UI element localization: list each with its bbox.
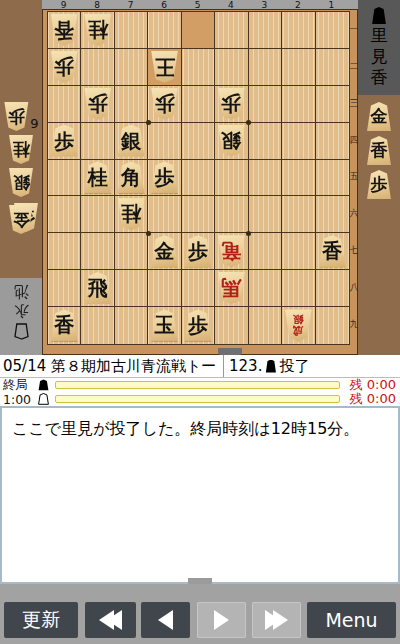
square-87[interactable] xyxy=(81,233,114,270)
rank-label-5: 五 xyxy=(350,159,358,196)
sente-name-char: 香 xyxy=(371,67,388,87)
rank-labels: 一二三四五六七八九 xyxy=(350,11,358,343)
square-74[interactable]: 銀 xyxy=(115,123,148,160)
move-text: 投了 xyxy=(279,357,309,376)
clock-row-sente: 終局残 0:00 xyxy=(0,378,400,392)
square-86[interactable] xyxy=(81,196,114,233)
time-bar xyxy=(55,381,340,389)
square-47[interactable]: 竜 xyxy=(215,233,248,270)
square-99[interactable]: 香 xyxy=(48,307,81,344)
gote-name-char: 池 xyxy=(14,283,29,301)
square-26[interactable] xyxy=(282,196,315,233)
square-82[interactable] xyxy=(81,49,114,86)
square-22[interactable] xyxy=(282,49,315,86)
square-15[interactable] xyxy=(316,160,349,197)
square-45[interactable] xyxy=(215,160,248,197)
square-75[interactable]: 角 xyxy=(115,160,148,197)
square-21[interactable] xyxy=(282,12,315,49)
back-button[interactable] xyxy=(141,602,190,638)
square-41[interactable] xyxy=(215,12,248,49)
square-85[interactable]: 桂 xyxy=(81,160,114,197)
square-32[interactable] xyxy=(249,49,282,86)
piece-歩-sente: 歩 xyxy=(366,170,392,199)
square-71[interactable] xyxy=(115,12,148,49)
hoshi-dot xyxy=(146,120,151,125)
sente-name-char: 里 xyxy=(371,25,388,45)
square-79[interactable] xyxy=(115,307,148,344)
rank-label-3: 三 xyxy=(350,85,358,122)
comment-box[interactable]: ここで里見が投了した。終局時刻は12時15分。 xyxy=(0,406,400,584)
clock-label: 1:00 xyxy=(0,392,36,407)
sente-name-char: 見 xyxy=(371,46,388,66)
clock-row-gote: 1:00残 0:00 xyxy=(0,392,400,406)
rank-label-6: 六 xyxy=(350,195,358,232)
square-17[interactable]: 香 xyxy=(316,233,349,270)
hand-gote-歩[interactable]: 歩9 xyxy=(3,101,38,131)
piece-竜-gote: 竜 xyxy=(217,235,246,267)
square-92[interactable]: 歩 xyxy=(48,49,81,86)
board-frame: 香桂歩王歩歩歩歩銀銀桂角歩桂金歩竜香飛馬香玉歩成銀 一二三四五六七八九 xyxy=(42,9,358,355)
square-72[interactable] xyxy=(115,49,148,86)
double-right-arrow-icon xyxy=(265,610,288,630)
square-19[interactable] xyxy=(316,307,349,344)
square-23[interactable] xyxy=(282,86,315,123)
piece-香-gote: 香 xyxy=(50,14,79,46)
menu-button[interactable]: Menu xyxy=(307,602,396,638)
square-96[interactable] xyxy=(48,196,81,233)
square-73[interactable] xyxy=(115,86,148,123)
square-18[interactable] xyxy=(316,270,349,307)
piece-金-sente: 金 xyxy=(366,102,392,131)
square-39[interactable] xyxy=(249,307,282,344)
square-65[interactable]: 歩 xyxy=(148,160,181,197)
square-16[interactable] xyxy=(316,196,349,233)
square-27[interactable] xyxy=(282,233,315,270)
piece-角-sente: 角 xyxy=(117,161,146,193)
piece-歩-sente: 歩 xyxy=(150,161,179,193)
clock-area: 終局残 0:001:00残 0:00 xyxy=(0,378,400,406)
piece-歩-gote: 歩 xyxy=(217,88,246,120)
square-36[interactable] xyxy=(249,196,282,233)
board-resize-handle[interactable] xyxy=(218,348,242,355)
hand-count: 9 xyxy=(30,117,38,131)
rank-label-9: 九 xyxy=(350,306,358,343)
game-info-bar: 05/14 第８期加古川青流戦トー 123. 投了 xyxy=(0,355,400,378)
hand-gote-銀[interactable]: 銀 xyxy=(8,167,34,197)
square-66[interactable] xyxy=(148,196,181,233)
square-33[interactable] xyxy=(249,86,282,123)
rank-label-8: 八 xyxy=(350,269,358,306)
square-53[interactable] xyxy=(182,86,215,123)
square-78[interactable] xyxy=(115,270,148,307)
square-62[interactable]: 王 xyxy=(148,49,181,86)
hoshi-dot xyxy=(146,231,151,236)
square-11[interactable] xyxy=(316,12,349,49)
square-46[interactable] xyxy=(215,196,248,233)
square-61[interactable] xyxy=(148,12,181,49)
piece-歩-gote: 歩 xyxy=(3,102,29,131)
square-24[interactable] xyxy=(282,123,315,160)
square-95[interactable] xyxy=(48,160,81,197)
sente-hand-tray: 金香歩 xyxy=(358,95,400,355)
square-43[interactable]: 歩 xyxy=(215,86,248,123)
square-56[interactable] xyxy=(182,196,215,233)
square-64[interactable] xyxy=(148,123,181,160)
square-98[interactable] xyxy=(48,270,81,307)
square-81[interactable]: 桂 xyxy=(81,12,114,49)
square-37[interactable] xyxy=(249,233,282,270)
rank-label-7: 七 xyxy=(350,232,358,269)
move-number: 123. xyxy=(229,357,262,375)
square-68[interactable] xyxy=(148,270,181,307)
left-arrow-icon xyxy=(158,610,173,630)
piece-桂-gote: 桂 xyxy=(8,135,34,164)
square-44[interactable]: 銀 xyxy=(215,123,248,160)
square-14[interactable] xyxy=(316,123,349,160)
time-bar xyxy=(55,395,340,403)
rank-label-2: 二 xyxy=(350,48,358,85)
piece-香-sente: 香 xyxy=(318,235,347,267)
square-63[interactable]: 歩 xyxy=(148,86,181,123)
piece-桂-gote: 桂 xyxy=(117,198,146,230)
hand-sente-歩[interactable]: 歩 xyxy=(366,169,392,199)
hoshi-dot xyxy=(246,231,251,236)
square-88[interactable]: 飛 xyxy=(81,270,114,307)
piece-歩-gote: 歩 xyxy=(50,51,79,83)
square-52[interactable] xyxy=(182,49,215,86)
piece-玉-sente: 玉 xyxy=(150,309,179,341)
square-48[interactable]: 馬 xyxy=(215,270,248,307)
hand-gote-金[interactable]: 金金 xyxy=(8,200,34,234)
rewind-button[interactable] xyxy=(85,602,136,638)
gote-player-label: 池 永 xyxy=(0,278,42,355)
shogi-board: 987654321 香桂歩王歩歩歩歩銀銀桂角歩桂金歩竜香飛馬香玉歩成銀 一二三四… xyxy=(42,0,358,355)
gote-hand-tray: 歩9桂銀金金 xyxy=(0,0,42,278)
square-77[interactable] xyxy=(115,233,148,270)
piece-成銀-gote: 成銀 xyxy=(284,309,313,341)
forward-button[interactable] xyxy=(197,602,246,638)
square-59[interactable]: 歩 xyxy=(182,307,215,344)
comment-text: ここで里見が投了した。終局時刻は12時15分。 xyxy=(12,419,359,438)
piece-馬-gote: 馬 xyxy=(217,272,246,304)
square-28[interactable] xyxy=(282,270,315,307)
right-arrow-icon xyxy=(214,610,229,630)
piece-歩-sente: 歩 xyxy=(50,125,79,157)
square-34[interactable] xyxy=(249,123,282,160)
piece-銀-sente: 銀 xyxy=(117,125,146,157)
piece-香-sente: 香 xyxy=(366,136,392,165)
square-51[interactable] xyxy=(182,12,215,49)
square-35[interactable] xyxy=(249,160,282,197)
piece-桂-sente: 桂 xyxy=(83,161,112,193)
gote-name-char: 永 xyxy=(14,302,29,320)
square-93[interactable] xyxy=(48,86,81,123)
square-55[interactable] xyxy=(182,160,215,197)
rank-label-4: 四 xyxy=(350,122,358,159)
piece-王-gote: 王 xyxy=(150,51,179,83)
square-13[interactable] xyxy=(316,86,349,123)
square-69[interactable]: 玉 xyxy=(148,307,181,344)
gote-piece-icon xyxy=(14,323,29,340)
piece-歩-sente: 歩 xyxy=(183,309,212,341)
board-grid: 香桂歩王歩歩歩歩銀銀桂角歩桂金歩竜香飛馬香玉歩成銀 xyxy=(47,11,350,345)
piece-歩-sente: 歩 xyxy=(183,235,212,267)
square-12[interactable] xyxy=(316,49,349,86)
event-title: 05/14 第８期加古川青流戦トー xyxy=(0,357,223,376)
square-91[interactable]: 香 xyxy=(48,12,81,49)
sente-clock-piece-icon xyxy=(38,379,49,391)
fast-forward-button[interactable] xyxy=(252,602,301,638)
square-49[interactable] xyxy=(215,307,248,344)
hand-sente-香[interactable]: 香 xyxy=(366,135,392,165)
piece-桂-gote: 桂 xyxy=(83,14,112,46)
square-42[interactable] xyxy=(215,49,248,86)
square-83[interactable]: 歩 xyxy=(81,86,114,123)
square-25[interactable] xyxy=(282,160,315,197)
shogi-kifu-app: 歩9桂銀金金 池 永 987654321 香桂歩王歩歩歩歩銀銀桂角歩桂金歩竜香飛… xyxy=(0,0,400,644)
square-29[interactable]: 成銀 xyxy=(282,307,315,344)
square-89[interactable] xyxy=(81,307,114,344)
piece-飛-sente: 飛 xyxy=(83,272,112,304)
square-38[interactable] xyxy=(249,270,282,307)
square-67[interactable]: 金 xyxy=(148,233,181,270)
gote-clock-piece-icon xyxy=(38,393,49,405)
rank-label-1: 一 xyxy=(350,11,358,48)
current-move: 123. 投了 xyxy=(223,355,400,377)
refresh-button[interactable]: 更新 xyxy=(4,602,78,638)
square-94[interactable]: 歩 xyxy=(48,123,81,160)
piece-香-sente: 香 xyxy=(50,309,79,341)
square-76[interactable]: 桂 xyxy=(115,196,148,233)
hand-gote-桂[interactable]: 桂 xyxy=(8,134,34,164)
square-54[interactable] xyxy=(182,123,215,160)
square-58[interactable] xyxy=(182,270,215,307)
double-left-arrow-icon xyxy=(99,610,122,630)
piece-歩-gote: 歩 xyxy=(150,88,179,120)
square-84[interactable] xyxy=(81,123,114,160)
bottom-toolbar: 更新 Menu xyxy=(0,584,400,644)
piece-銀-gote: 銀 xyxy=(8,168,34,197)
square-31[interactable] xyxy=(249,12,282,49)
hand-sente-金[interactable]: 金 xyxy=(366,101,392,131)
piece-金-sente: 金 xyxy=(150,235,179,267)
piece-銀-gote: 銀 xyxy=(217,125,246,157)
piece-歩-gote: 歩 xyxy=(83,88,112,120)
sente-piece-icon xyxy=(372,7,387,24)
sente-player-label: 里 見 香 xyxy=(358,0,400,95)
square-57[interactable]: 歩 xyxy=(182,233,215,270)
square-97[interactable] xyxy=(48,233,81,270)
sente-move-icon xyxy=(265,360,276,373)
